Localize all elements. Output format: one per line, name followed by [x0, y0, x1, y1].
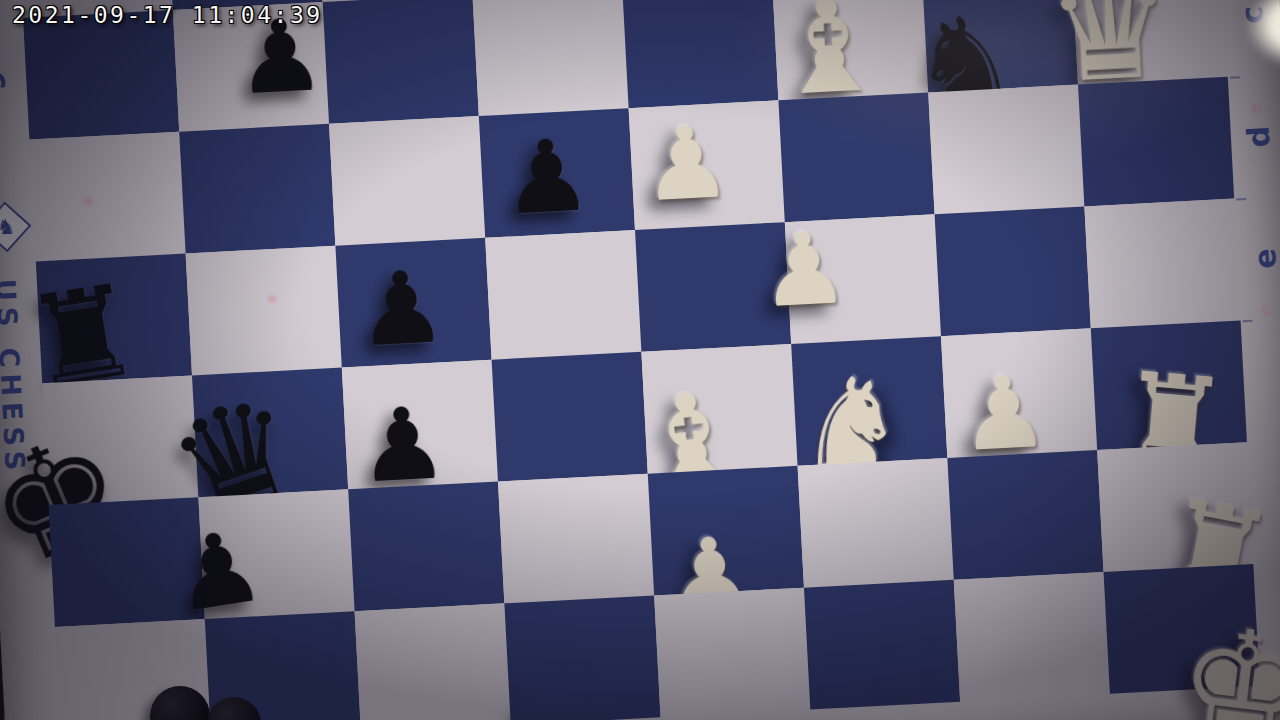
white-pawn-f7[interactable]: ♟ — [957, 362, 1052, 467]
board-grid: ♟♝♞♛♟♟♜♟♟♚♛♟♝♞♟♜♟♟♜♟♚ — [10, 0, 1259, 720]
webcam-frame: ♞ US CHESS c cdeee ♟♝♞♛♟♟♜♟♟♚♛♟♝♞♟♜♟♟♜♟♚… — [0, 0, 1280, 720]
square-f5[interactable]: ♝ — [641, 344, 797, 474]
camera-timestamp: 2021-09-17 11:04:39 — [12, 2, 323, 28]
square-c4[interactable] — [472, 0, 628, 116]
square-e1[interactable]: ♜ — [36, 254, 192, 384]
square-h5[interactable] — [654, 588, 810, 718]
white-pawn-e6[interactable]: ♟ — [757, 218, 852, 323]
square-e4[interactable] — [485, 230, 641, 360]
square-g5[interactable]: ♟ — [648, 466, 804, 596]
square-d5[interactable]: ♟ — [629, 100, 785, 230]
square-d7[interactable] — [928, 85, 1084, 215]
border-tick — [1230, 76, 1240, 79]
square-g7[interactable] — [947, 450, 1103, 580]
white-king-h8[interactable]: ♚ — [1170, 604, 1280, 720]
square-c6[interactable]: ♝ — [772, 0, 928, 100]
black-pawn-e3[interactable]: ♟ — [354, 257, 449, 362]
border-tick — [1236, 198, 1246, 201]
square-c5[interactable] — [622, 0, 778, 108]
square-g4[interactable] — [498, 474, 654, 604]
black-pawn-g2[interactable]: ♟ — [166, 515, 270, 628]
square-d2[interactable] — [179, 124, 335, 254]
black-pawn-d4[interactable]: ♟ — [500, 125, 595, 230]
square-f7[interactable]: ♟ — [941, 328, 1097, 458]
square-d8[interactable] — [1078, 77, 1234, 207]
file-label-d: d — [1240, 108, 1278, 165]
square-f2[interactable]: ♛ — [192, 368, 348, 498]
us-chess-logo: ♞ — [0, 201, 31, 252]
square-d4[interactable]: ♟ — [479, 108, 635, 238]
border-tick — [1243, 320, 1253, 323]
square-e3[interactable]: ♟ — [335, 238, 491, 368]
square-e7[interactable] — [935, 206, 1091, 336]
square-e2[interactable] — [186, 246, 342, 376]
board-smudge — [83, 197, 93, 205]
square-g3[interactable] — [348, 482, 504, 612]
square-h7[interactable] — [954, 572, 1110, 702]
square-c8[interactable]: ♛ — [1072, 0, 1228, 85]
square-h8[interactable]: ♚ — [1104, 564, 1260, 694]
square-f3[interactable]: ♟ — [342, 360, 498, 490]
square-d3[interactable] — [329, 116, 485, 246]
square-f6[interactable]: ♞ — [791, 336, 947, 466]
square-g8[interactable]: ♜ — [1097, 442, 1253, 572]
knight-logo-icon: ♞ — [0, 216, 16, 238]
square-c1[interactable] — [23, 10, 179, 140]
square-h4[interactable] — [504, 595, 660, 720]
white-pawn-d5[interactable]: ♟ — [639, 112, 734, 217]
chess-board: ♞ US CHESS c cdeee ♟♝♞♛♟♟♜♟♟♚♛♟♝♞♟♜♟♟♜♟♚ — [0, 0, 1280, 720]
square-g2[interactable]: ♟ — [198, 489, 354, 619]
square-d1[interactable] — [29, 132, 185, 262]
black-pawn-f3[interactable]: ♟ — [356, 393, 451, 498]
file-label-c: c — [0, 52, 18, 109]
square-f8[interactable]: ♜ — [1091, 320, 1247, 450]
square-f4[interactable] — [492, 352, 648, 482]
square-e6[interactable]: ♟ — [785, 214, 941, 344]
square-e8[interactable] — [1084, 199, 1240, 329]
square-g6[interactable] — [798, 458, 954, 588]
board-smudge — [267, 295, 277, 303]
square-h6[interactable] — [804, 580, 960, 710]
square-h3[interactable]: ♟ — [355, 603, 511, 720]
handwritten-mark: e — [1255, 306, 1275, 318]
square-c3[interactable] — [323, 0, 479, 124]
square-d6[interactable] — [778, 92, 934, 222]
file-label-e: e — [1246, 230, 1280, 287]
